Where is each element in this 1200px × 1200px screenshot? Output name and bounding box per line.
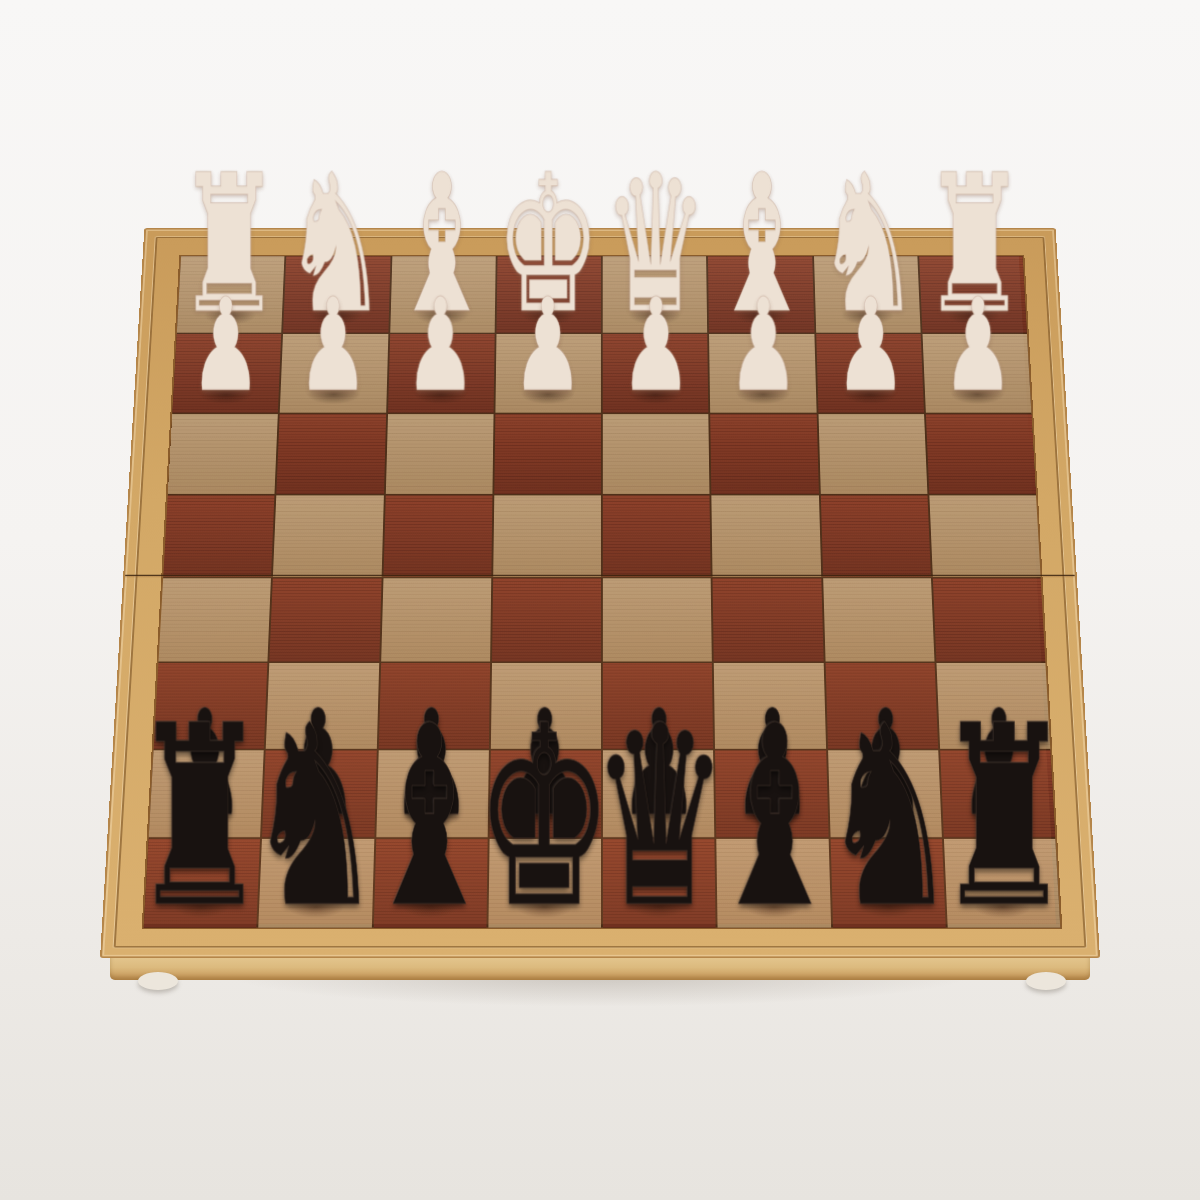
chess-board: ♜♞♝♚♛♝♞♜♟♟♟♟♟♟♟♟♟♟♟♟♟♟♟♟♜♞♝♚♛♝♞♜ xyxy=(100,228,1100,958)
square-g5 xyxy=(270,578,381,661)
square-c5 xyxy=(713,578,823,661)
square-c2: ♟ xyxy=(709,334,816,412)
square-e4 xyxy=(493,495,601,577)
square-a5 xyxy=(933,578,1046,661)
square-f5 xyxy=(381,578,491,661)
square-h5 xyxy=(159,578,272,661)
square-a4 xyxy=(929,495,1040,577)
piece-white-pawn: ♟ xyxy=(835,282,907,411)
square-f4 xyxy=(383,495,492,577)
square-e8: ♚ xyxy=(488,839,601,928)
square-f2: ♟ xyxy=(388,334,495,412)
piece-white-pawn: ♟ xyxy=(190,282,262,411)
square-f3 xyxy=(385,414,493,494)
square-e5 xyxy=(492,578,601,661)
piece-black-rook: ♜ xyxy=(935,692,1074,942)
board-scene: ♜♞♝♚♛♝♞♜♟♟♟♟♟♟♟♟♟♟♟♟♟♟♟♟♜♞♝♚♛♝♞♜ xyxy=(0,0,1200,1200)
square-e3 xyxy=(494,414,601,494)
square-d3 xyxy=(603,414,710,494)
square-b4 xyxy=(820,495,930,577)
square-h3 xyxy=(168,414,278,494)
piece-white-pawn: ♟ xyxy=(512,282,584,411)
square-d8: ♛ xyxy=(603,839,716,928)
square-g4 xyxy=(273,495,383,577)
square-d4 xyxy=(603,495,711,577)
square-a2: ♟ xyxy=(922,334,1031,412)
square-h2: ♟ xyxy=(172,334,281,412)
square-c3 xyxy=(710,414,818,494)
square-a8: ♜ xyxy=(944,839,1061,928)
square-a3 xyxy=(926,414,1036,494)
piece-white-pawn: ♟ xyxy=(943,282,1015,411)
square-f8: ♝ xyxy=(373,839,487,928)
square-b3 xyxy=(818,414,927,494)
square-g8: ♞ xyxy=(259,839,374,928)
square-d5 xyxy=(603,578,712,661)
piece-white-pawn: ♟ xyxy=(297,282,369,411)
square-d2: ♟ xyxy=(603,334,709,412)
square-c4 xyxy=(712,495,821,577)
square-e2: ♟ xyxy=(495,334,601,412)
square-h8: ♜ xyxy=(144,839,261,928)
piece-white-pawn: ♟ xyxy=(727,282,799,411)
square-b8: ♞ xyxy=(830,839,945,928)
square-b2: ♟ xyxy=(816,334,924,412)
square-g2: ♟ xyxy=(280,334,388,412)
piece-white-pawn: ♟ xyxy=(620,282,692,411)
square-b5 xyxy=(823,578,935,661)
board-field: ♜♞♝♚♛♝♞♜♟♟♟♟♟♟♟♟♟♟♟♟♟♟♟♟♜♞♝♚♛♝♞♜ xyxy=(144,256,1061,927)
square-c8: ♝ xyxy=(717,839,831,928)
piece-white-pawn: ♟ xyxy=(405,282,477,411)
square-g3 xyxy=(277,414,386,494)
square-h4 xyxy=(163,495,274,577)
